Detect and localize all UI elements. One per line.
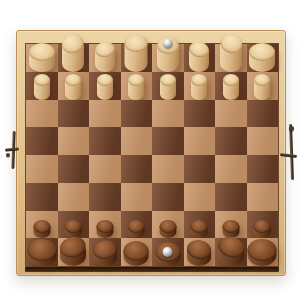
clasp-rod (289, 124, 294, 180)
board-fold-seam (25, 267, 279, 272)
left-clasp (5, 131, 23, 169)
piece-black-pawn[interactable] (159, 221, 176, 238)
square-r1c3[interactable] (89, 44, 121, 72)
piece-top (27, 239, 56, 261)
square-r6c8[interactable] (247, 183, 279, 211)
piece-body (65, 75, 81, 100)
square-r8c2[interactable] (58, 238, 90, 266)
square-r4c6[interactable] (184, 127, 216, 155)
piece-white-pawn[interactable] (128, 75, 144, 100)
square-r5c7[interactable] (215, 155, 247, 183)
square-r6c5[interactable] (152, 183, 184, 211)
square-r2c1[interactable] (26, 72, 58, 100)
square-r4c3[interactable] (89, 127, 121, 155)
piece-black-knight[interactable] (218, 241, 244, 266)
piece-white-bishop[interactable] (189, 44, 209, 72)
piece-body (60, 241, 86, 266)
piece-black-king[interactable] (155, 243, 180, 266)
piece-body (124, 242, 149, 266)
piece-body (128, 221, 145, 238)
piece-body (189, 44, 209, 72)
piece-black-pawn[interactable] (33, 221, 50, 238)
piece-top (186, 238, 213, 261)
piece-body (248, 240, 277, 266)
piece-body (160, 75, 176, 100)
piece-body (128, 75, 144, 100)
piece-body (34, 75, 50, 100)
square-r2c6[interactable] (184, 72, 216, 100)
square-r5c5[interactable] (152, 155, 184, 183)
piece-top (65, 74, 81, 86)
square-r8c7[interactable] (215, 238, 247, 266)
square-r8c1[interactable] (26, 238, 58, 266)
square-r7c5[interactable] (152, 211, 184, 239)
piece-top (94, 40, 116, 58)
square-r1c7[interactable] (215, 44, 247, 72)
piece-body (96, 221, 113, 238)
piece-body (223, 75, 239, 100)
piece-body (220, 38, 242, 72)
square-r6c1[interactable] (26, 183, 58, 211)
piece-top (254, 74, 270, 86)
piece-white-pawn[interactable] (191, 75, 207, 100)
square-r1c6[interactable] (184, 44, 216, 72)
piece-body (97, 75, 113, 100)
piece-top (188, 40, 210, 58)
right-clasp (280, 124, 299, 182)
square-r5c2[interactable] (58, 155, 90, 183)
square-r7c1[interactable] (26, 211, 58, 239)
piece-black-pawn[interactable] (128, 221, 145, 238)
square-r7c2[interactable] (58, 211, 90, 239)
piece-top (216, 234, 247, 260)
square-r3c1[interactable] (26, 100, 58, 128)
square-r5c3[interactable] (89, 155, 121, 183)
square-r5c8[interactable] (247, 155, 279, 183)
square-r2c2[interactable] (58, 72, 90, 100)
piece-white-pawn[interactable] (254, 75, 270, 100)
piece-body (254, 221, 271, 238)
piece-top (249, 43, 275, 61)
piece-top (29, 43, 55, 61)
square-r5c6[interactable] (184, 155, 216, 183)
piece-top (223, 74, 239, 86)
square-r3c7[interactable] (215, 100, 247, 128)
piece-body (29, 44, 55, 72)
clasp-pin (6, 153, 10, 157)
chess-board (16, 30, 286, 276)
king-finial-ball (163, 247, 173, 257)
square-r6c6[interactable] (184, 183, 216, 211)
square-r4c1[interactable] (26, 127, 58, 155)
square-r2c7[interactable] (215, 72, 247, 100)
piece-black-pawn[interactable] (254, 221, 271, 238)
piece-top (65, 220, 82, 233)
piece-top (125, 35, 148, 52)
piece-top (58, 234, 89, 260)
square-r2c5[interactable] (152, 72, 184, 100)
piece-white-knight[interactable] (220, 38, 242, 72)
square-r2c3[interactable] (89, 72, 121, 100)
square-r7c7[interactable] (215, 211, 247, 239)
piece-top (159, 220, 176, 233)
piece-top (222, 220, 239, 233)
square-r7c8[interactable] (247, 211, 279, 239)
piece-body (191, 75, 207, 100)
board-squares (25, 43, 279, 267)
square-r8c3[interactable] (89, 238, 121, 266)
piece-white-pawn[interactable] (34, 75, 50, 100)
square-r1c5[interactable] (152, 44, 184, 72)
piece-top (191, 74, 207, 86)
piece-top (124, 241, 149, 261)
square-r4c8[interactable] (247, 127, 279, 155)
piece-body (187, 242, 211, 266)
piece-top (128, 74, 144, 86)
piece-body (191, 221, 208, 238)
square-r4c2[interactable] (58, 127, 90, 155)
piece-black-bishop[interactable] (93, 242, 117, 266)
square-r4c7[interactable] (215, 127, 247, 155)
square-r3c4[interactable] (121, 100, 153, 128)
piece-black-bishop[interactable] (187, 242, 211, 266)
piece-body (33, 221, 50, 238)
piece-white-king[interactable] (157, 38, 179, 72)
piece-white-pawn[interactable] (160, 75, 176, 100)
square-r7c4[interactable] (121, 211, 153, 239)
piece-black-rook[interactable] (248, 240, 277, 266)
piece-white-bishop[interactable] (95, 44, 115, 72)
square-r8c8[interactable] (247, 238, 279, 266)
square-r1c8[interactable] (247, 44, 279, 72)
square-r6c2[interactable] (58, 183, 90, 211)
piece-black-queen[interactable] (124, 242, 149, 266)
piece-white-pawn[interactable] (97, 75, 113, 100)
piece-body (27, 240, 56, 266)
piece-body (159, 221, 176, 238)
piece-top (160, 74, 176, 86)
king-finial-ball (163, 39, 172, 48)
piece-top (60, 31, 86, 55)
piece-body (218, 241, 244, 266)
square-r8c6[interactable] (184, 238, 216, 266)
square-r7c6[interactable] (184, 211, 216, 239)
square-r4c5[interactable] (152, 127, 184, 155)
square-r3c8[interactable] (247, 100, 279, 128)
piece-body (125, 36, 148, 72)
piece-top (96, 220, 113, 233)
piece-body (93, 242, 117, 266)
piece-top (91, 238, 118, 261)
square-r2c8[interactable] (247, 72, 279, 100)
piece-top (34, 74, 50, 86)
square-r5c4[interactable] (121, 155, 153, 183)
piece-top (254, 220, 271, 233)
chess-set-photo (0, 0, 300, 300)
square-r3c2[interactable] (58, 100, 90, 128)
square-r3c5[interactable] (152, 100, 184, 128)
clasp-pin (289, 126, 294, 131)
square-r1c1[interactable] (26, 44, 58, 72)
piece-body (95, 44, 115, 72)
piece-body (62, 38, 84, 72)
piece-white-pawn[interactable] (65, 75, 81, 100)
square-r6c3[interactable] (89, 183, 121, 211)
square-r3c6[interactable] (184, 100, 216, 128)
piece-black-pawn[interactable] (191, 221, 208, 238)
piece-top (191, 220, 208, 233)
piece-top (33, 220, 50, 233)
piece-top (97, 74, 113, 86)
square-r1c4[interactable] (121, 44, 153, 72)
square-r8c4[interactable] (121, 238, 153, 266)
square-r1c2[interactable] (58, 44, 90, 72)
piece-white-rook[interactable] (249, 44, 275, 72)
piece-top (248, 239, 277, 261)
square-r3c3[interactable] (89, 100, 121, 128)
square-r6c7[interactable] (215, 183, 247, 211)
clasp-arm (280, 153, 297, 158)
piece-black-rook[interactable] (27, 240, 56, 266)
piece-white-queen[interactable] (125, 36, 148, 72)
piece-body (249, 44, 275, 72)
piece-black-knight[interactable] (60, 241, 86, 266)
piece-top (128, 220, 145, 233)
square-r6c4[interactable] (121, 183, 153, 211)
square-r8c5[interactable] (152, 238, 184, 266)
square-r4c4[interactable] (121, 127, 153, 155)
square-r2c4[interactable] (121, 72, 153, 100)
piece-white-rook[interactable] (29, 44, 55, 72)
piece-body (254, 75, 270, 100)
piece-white-pawn[interactable] (223, 75, 239, 100)
piece-black-pawn[interactable] (96, 221, 113, 238)
square-r7c3[interactable] (89, 211, 121, 239)
piece-white-knight[interactable] (62, 38, 84, 72)
piece-top (218, 31, 244, 55)
square-r5c1[interactable] (26, 155, 58, 183)
